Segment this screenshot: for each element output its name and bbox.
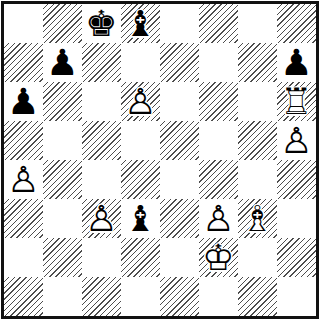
square-d6[interactable]: ♟♙ bbox=[121, 82, 160, 121]
square-h1[interactable] bbox=[277, 277, 316, 316]
black-bishop-icon: ♝ bbox=[121, 199, 160, 238]
black-bishop-icon: ♝ bbox=[121, 4, 160, 43]
square-f3[interactable]: ♟♙ bbox=[199, 199, 238, 238]
square-g4[interactable] bbox=[238, 160, 277, 199]
square-f7[interactable] bbox=[199, 43, 238, 82]
square-b6[interactable] bbox=[43, 82, 82, 121]
square-a1[interactable] bbox=[4, 277, 43, 316]
square-d8[interactable]: ♝ bbox=[121, 4, 160, 43]
square-g2[interactable] bbox=[238, 238, 277, 277]
piece-white-bishop[interactable]: ♝♗ bbox=[238, 199, 277, 238]
black-pawn-icon: ♟ bbox=[277, 43, 316, 82]
square-g6[interactable] bbox=[238, 82, 277, 121]
black-pawn-icon: ♟ bbox=[43, 43, 82, 82]
white-pawn-outline-icon: ♙ bbox=[82, 199, 121, 238]
square-f2[interactable]: ♚♔ bbox=[199, 238, 238, 277]
square-f1[interactable] bbox=[199, 277, 238, 316]
square-a4[interactable]: ♟♙ bbox=[4, 160, 43, 199]
square-d5[interactable] bbox=[121, 121, 160, 160]
white-pawn-outline-icon: ♙ bbox=[199, 199, 238, 238]
white-pawn-outline-icon: ♙ bbox=[4, 160, 43, 199]
piece-white-rook[interactable]: ♜♖ bbox=[277, 82, 316, 121]
square-e8[interactable] bbox=[160, 4, 199, 43]
square-b3[interactable] bbox=[43, 199, 82, 238]
piece-black-pawn[interactable]: ♟ bbox=[43, 43, 82, 82]
square-e5[interactable] bbox=[160, 121, 199, 160]
square-e2[interactable] bbox=[160, 238, 199, 277]
square-d2[interactable] bbox=[121, 238, 160, 277]
white-king-outline-icon: ♔ bbox=[199, 238, 238, 277]
square-b4[interactable] bbox=[43, 160, 82, 199]
square-c8[interactable]: ♚ bbox=[82, 4, 121, 43]
square-h5[interactable]: ♟♙ bbox=[277, 121, 316, 160]
square-f5[interactable] bbox=[199, 121, 238, 160]
piece-white-pawn[interactable]: ♟♙ bbox=[4, 160, 43, 199]
square-a8[interactable] bbox=[4, 4, 43, 43]
square-b7[interactable]: ♟ bbox=[43, 43, 82, 82]
square-h7[interactable]: ♟ bbox=[277, 43, 316, 82]
piece-black-pawn[interactable]: ♟ bbox=[277, 43, 316, 82]
square-c2[interactable] bbox=[82, 238, 121, 277]
square-b8[interactable] bbox=[43, 4, 82, 43]
square-a7[interactable] bbox=[4, 43, 43, 82]
square-e4[interactable] bbox=[160, 160, 199, 199]
square-g1[interactable] bbox=[238, 277, 277, 316]
piece-black-bishop[interactable]: ♝ bbox=[121, 199, 160, 238]
piece-black-bishop[interactable]: ♝ bbox=[121, 4, 160, 43]
square-e1[interactable] bbox=[160, 277, 199, 316]
white-pawn-outline-icon: ♙ bbox=[121, 82, 160, 121]
black-pawn-icon: ♟ bbox=[4, 82, 43, 121]
square-c1[interactable] bbox=[82, 277, 121, 316]
square-b1[interactable] bbox=[43, 277, 82, 316]
square-a5[interactable] bbox=[4, 121, 43, 160]
square-a2[interactable] bbox=[4, 238, 43, 277]
piece-black-pawn[interactable]: ♟ bbox=[4, 82, 43, 121]
piece-white-pawn[interactable]: ♟♙ bbox=[121, 82, 160, 121]
square-g5[interactable] bbox=[238, 121, 277, 160]
square-f4[interactable] bbox=[199, 160, 238, 199]
chess-diagram-page: ♚♝♟♟♟♟♙♜♖♟♙♟♙♟♙♝♟♙♝♗♚♔ bbox=[0, 0, 320, 320]
square-c4[interactable] bbox=[82, 160, 121, 199]
square-a6[interactable]: ♟ bbox=[4, 82, 43, 121]
square-g3[interactable]: ♝♗ bbox=[238, 199, 277, 238]
chess-board: ♚♝♟♟♟♟♙♜♖♟♙♟♙♟♙♝♟♙♝♗♚♔ bbox=[1, 1, 319, 319]
square-d1[interactable] bbox=[121, 277, 160, 316]
piece-black-king[interactable]: ♚ bbox=[82, 4, 121, 43]
white-rook-outline-icon: ♖ bbox=[277, 82, 316, 121]
square-c6[interactable] bbox=[82, 82, 121, 121]
square-e6[interactable] bbox=[160, 82, 199, 121]
square-d4[interactable] bbox=[121, 160, 160, 199]
square-g7[interactable] bbox=[238, 43, 277, 82]
square-c3[interactable]: ♟♙ bbox=[82, 199, 121, 238]
square-b5[interactable] bbox=[43, 121, 82, 160]
square-f8[interactable] bbox=[199, 4, 238, 43]
square-c7[interactable] bbox=[82, 43, 121, 82]
black-king-icon: ♚ bbox=[82, 4, 121, 43]
square-d3[interactable]: ♝ bbox=[121, 199, 160, 238]
square-b2[interactable] bbox=[43, 238, 82, 277]
square-e3[interactable] bbox=[160, 199, 199, 238]
white-pawn-outline-icon: ♙ bbox=[277, 121, 316, 160]
piece-white-pawn[interactable]: ♟♙ bbox=[82, 199, 121, 238]
white-bishop-outline-icon: ♗ bbox=[238, 199, 277, 238]
square-a3[interactable] bbox=[4, 199, 43, 238]
square-h4[interactable] bbox=[277, 160, 316, 199]
square-g8[interactable] bbox=[238, 4, 277, 43]
square-h8[interactable] bbox=[277, 4, 316, 43]
piece-white-king[interactable]: ♚♔ bbox=[199, 238, 238, 277]
piece-white-pawn[interactable]: ♟♙ bbox=[277, 121, 316, 160]
piece-white-pawn[interactable]: ♟♙ bbox=[199, 199, 238, 238]
square-h6[interactable]: ♜♖ bbox=[277, 82, 316, 121]
square-e7[interactable] bbox=[160, 43, 199, 82]
square-c5[interactable] bbox=[82, 121, 121, 160]
square-h2[interactable] bbox=[277, 238, 316, 277]
square-d7[interactable] bbox=[121, 43, 160, 82]
square-f6[interactable] bbox=[199, 82, 238, 121]
square-h3[interactable] bbox=[277, 199, 316, 238]
